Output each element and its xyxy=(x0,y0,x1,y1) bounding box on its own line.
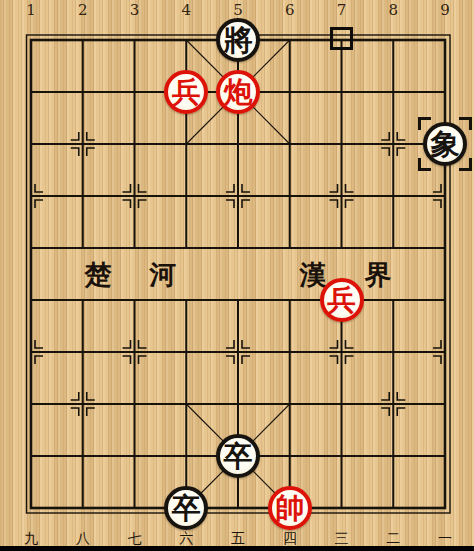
intersection-f4-r4[interactable] xyxy=(160,170,212,222)
intersection-f9-r8[interactable] xyxy=(419,378,471,430)
intersection-f2-r2[interactable] xyxy=(57,66,109,118)
top-file-label-8: 8 xyxy=(380,1,406,19)
intersection-f8-r7[interactable] xyxy=(367,326,419,378)
intersection-f1-r5[interactable] xyxy=(5,222,57,274)
intersection-f8-r9[interactable] xyxy=(367,430,419,482)
intersection-f2-r1[interactable] xyxy=(57,14,109,66)
intersection-f2-r10[interactable] xyxy=(57,482,109,534)
intersection-f8-r3[interactable] xyxy=(367,118,419,170)
intersection-f1-r9[interactable] xyxy=(5,430,57,482)
intersection-f5-r6[interactable] xyxy=(212,274,264,326)
intersection-f3-r9[interactable] xyxy=(109,430,161,482)
intersection-f9-r1[interactable] xyxy=(419,14,471,66)
intersection-f4-r3[interactable] xyxy=(160,118,212,170)
piece-red-general[interactable]: 帥 xyxy=(268,486,312,530)
river-label-chu: 楚 xyxy=(80,257,116,293)
intersection-f2-r3[interactable] xyxy=(57,118,109,170)
bottom-border-band xyxy=(0,546,474,551)
intersection-f8-r10[interactable] xyxy=(367,482,419,534)
intersection-f3-r2[interactable] xyxy=(109,66,161,118)
piece-red-soldier-b[interactable]: 兵 xyxy=(320,278,364,322)
intersection-f7-r7[interactable] xyxy=(316,326,368,378)
intersection-f7-r4[interactable] xyxy=(316,170,368,222)
intersection-f3-r1[interactable] xyxy=(109,14,161,66)
top-file-label-3: 3 xyxy=(122,1,148,19)
intersection-f9-r5[interactable] xyxy=(419,222,471,274)
intersection-f6-r8[interactable] xyxy=(264,378,316,430)
intersection-f9-r2[interactable] xyxy=(419,66,471,118)
intersection-f8-r1[interactable] xyxy=(367,14,419,66)
top-file-label-1: 1 xyxy=(18,1,44,19)
river-label-he: 河 xyxy=(145,257,181,293)
top-file-label-2: 2 xyxy=(70,1,96,19)
intersection-f8-r8[interactable] xyxy=(367,378,419,430)
intersection-f5-r3[interactable] xyxy=(212,118,264,170)
intersection-f1-r3[interactable] xyxy=(5,118,57,170)
intersection-f5-r7[interactable] xyxy=(212,326,264,378)
intersection-f8-r4[interactable] xyxy=(367,170,419,222)
intersection-f5-r4[interactable] xyxy=(212,170,264,222)
piece-black-general[interactable]: 將 xyxy=(216,18,260,62)
intersection-f5-r5[interactable] xyxy=(212,222,264,274)
river-label-jie: 界 xyxy=(360,257,396,293)
intersection-f9-r6[interactable] xyxy=(419,274,471,326)
piece-black-elephant[interactable]: 象 xyxy=(423,122,467,166)
intersection-f7-r8[interactable] xyxy=(316,378,368,430)
intersection-f2-r7[interactable] xyxy=(57,326,109,378)
top-file-label-6: 6 xyxy=(277,1,303,19)
intersection-f6-r1[interactable] xyxy=(264,14,316,66)
intersection-f6-r3[interactable] xyxy=(264,118,316,170)
intersection-f3-r7[interactable] xyxy=(109,326,161,378)
intersection-f4-r7[interactable] xyxy=(160,326,212,378)
intersection-f9-r4[interactable] xyxy=(419,170,471,222)
intersection-f3-r10[interactable] xyxy=(109,482,161,534)
intersection-f7-r3[interactable] xyxy=(316,118,368,170)
top-file-label-5: 5 xyxy=(225,1,251,19)
piece-red-soldier-a[interactable]: 兵 xyxy=(164,70,208,114)
intersection-f4-r8[interactable] xyxy=(160,378,212,430)
intersection-f1-r8[interactable] xyxy=(5,378,57,430)
intersection-f8-r2[interactable] xyxy=(367,66,419,118)
intersection-f1-r4[interactable] xyxy=(5,170,57,222)
piece-black-soldier-a[interactable]: 卒 xyxy=(216,434,260,478)
xiangqi-board: 123456789 九八七六五四三二一 楚 河 漢 界 將兵炮象兵卒卒帥 xyxy=(0,0,474,551)
intersection-f9-r10[interactable] xyxy=(419,482,471,534)
intersection-f3-r8[interactable] xyxy=(109,378,161,430)
intersection-f4-r9[interactable] xyxy=(160,430,212,482)
piece-black-soldier-b[interactable]: 卒 xyxy=(164,486,208,530)
intersection-f9-r7[interactable] xyxy=(419,326,471,378)
intersection-f6-r4[interactable] xyxy=(264,170,316,222)
intersection-f6-r2[interactable] xyxy=(264,66,316,118)
intersection-f2-r9[interactable] xyxy=(57,430,109,482)
top-file-label-4: 4 xyxy=(173,1,199,19)
intersection-f9-r9[interactable] xyxy=(419,430,471,482)
intersection-f7-r10[interactable] xyxy=(316,482,368,534)
intersection-f2-r8[interactable] xyxy=(57,378,109,430)
last-move-square-marker xyxy=(330,27,353,50)
intersection-f1-r10[interactable] xyxy=(5,482,57,534)
piece-red-cannon[interactable]: 炮 xyxy=(216,70,260,114)
intersection-f5-r8[interactable] xyxy=(212,378,264,430)
intersection-f3-r3[interactable] xyxy=(109,118,161,170)
intersection-f1-r6[interactable] xyxy=(5,274,57,326)
intersection-f7-r9[interactable] xyxy=(316,430,368,482)
top-file-label-7: 7 xyxy=(329,1,355,19)
intersection-f2-r4[interactable] xyxy=(57,170,109,222)
intersection-f1-r1[interactable] xyxy=(5,14,57,66)
intersection-f4-r1[interactable] xyxy=(160,14,212,66)
intersection-f6-r7[interactable] xyxy=(264,326,316,378)
intersection-f1-r2[interactable] xyxy=(5,66,57,118)
intersection-f5-r10[interactable] xyxy=(212,482,264,534)
intersection-f1-r7[interactable] xyxy=(5,326,57,378)
top-file-label-9: 9 xyxy=(432,1,458,19)
intersection-f7-r2[interactable] xyxy=(316,66,368,118)
intersection-f6-r9[interactable] xyxy=(264,430,316,482)
intersection-f3-r4[interactable] xyxy=(109,170,161,222)
